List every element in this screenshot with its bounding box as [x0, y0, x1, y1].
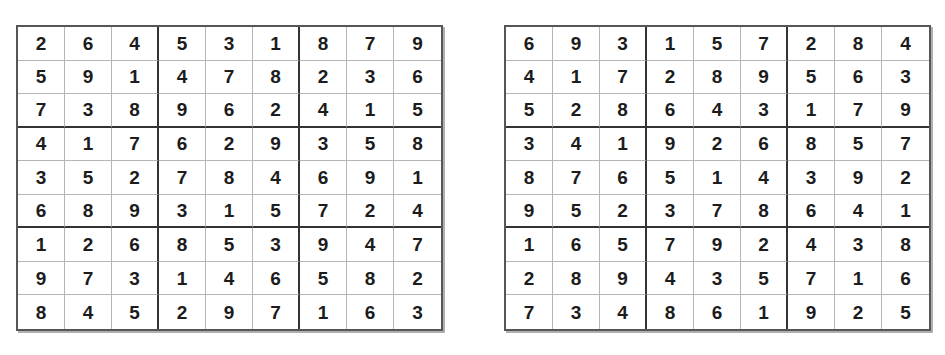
cell-left-r9c4[interactable]: 2: [159, 295, 206, 329]
cell-right-r3c7[interactable]: 1: [788, 94, 835, 128]
cell-left-r7c4[interactable]: 8: [159, 228, 206, 262]
cell-left-r4c3[interactable]: 7: [112, 128, 159, 162]
cell-right-r2c4[interactable]: 2: [647, 61, 694, 95]
cell-left-r1c6[interactable]: 1: [253, 27, 300, 61]
cell-left-r2c2[interactable]: 9: [65, 61, 112, 95]
cell-left-r4c5[interactable]: 2: [206, 128, 253, 162]
cell-right-r6c5[interactable]: 7: [694, 195, 741, 229]
cell-right-r6c7[interactable]: 6: [788, 195, 835, 229]
cell-right-r5c4[interactable]: 5: [647, 161, 694, 195]
cell-right-r2c1[interactable]: 4: [506, 61, 553, 95]
cell-right-r2c9[interactable]: 3: [882, 61, 929, 95]
cell-left-r5c6[interactable]: 4: [253, 161, 300, 195]
cell-right-r9c4[interactable]: 8: [647, 295, 694, 329]
cell-right-r7c7[interactable]: 4: [788, 228, 835, 262]
cell-left-r4c1[interactable]: 4: [18, 128, 65, 162]
cell-left-r1c5[interactable]: 3: [206, 27, 253, 61]
cell-left-r2c6[interactable]: 8: [253, 61, 300, 95]
cell-right-r1c8[interactable]: 8: [835, 27, 882, 61]
sudoku-board-left: 2645318795914782367389624154176293583527…: [16, 25, 443, 331]
cell-right-r7c8[interactable]: 3: [835, 228, 882, 262]
cell-right-r6c4[interactable]: 3: [647, 195, 694, 229]
cell-right-r9c8[interactable]: 2: [835, 295, 882, 329]
cell-left-r5c1[interactable]: 3: [18, 161, 65, 195]
cell-right-r8c9[interactable]: 6: [882, 262, 929, 296]
cell-right-r9c6[interactable]: 1: [741, 295, 788, 329]
cell-right-r8c8[interactable]: 1: [835, 262, 882, 296]
cell-right-r2c5[interactable]: 8: [694, 61, 741, 95]
cell-right-r5c7[interactable]: 3: [788, 161, 835, 195]
cell-right-r1c4[interactable]: 1: [647, 27, 694, 61]
cell-left-r3c6[interactable]: 2: [253, 94, 300, 128]
cell-left-r6c1[interactable]: 6: [18, 195, 65, 229]
cell-left-r2c3[interactable]: 1: [112, 61, 159, 95]
cell-left-r9c1[interactable]: 8: [18, 295, 65, 329]
cell-right-r6c9[interactable]: 1: [882, 195, 929, 229]
cell-left-r5c5[interactable]: 8: [206, 161, 253, 195]
cell-left-r8c4[interactable]: 1: [159, 262, 206, 296]
cell-left-r4c6[interactable]: 9: [253, 128, 300, 162]
cell-left-r3c8[interactable]: 1: [347, 94, 394, 128]
cell-right-r5c6[interactable]: 4: [741, 161, 788, 195]
cell-right-r1c6[interactable]: 7: [741, 27, 788, 61]
cell-right-r2c3[interactable]: 7: [600, 61, 647, 95]
cell-right-r9c5[interactable]: 6: [694, 295, 741, 329]
cell-right-r7c1[interactable]: 1: [506, 228, 553, 262]
cell-left-r5c3[interactable]: 2: [112, 161, 159, 195]
cell-right-r5c8[interactable]: 9: [835, 161, 882, 195]
cell-right-r3c1[interactable]: 5: [506, 94, 553, 128]
cell-right-r4c8[interactable]: 5: [835, 128, 882, 162]
cell-right-r8c3[interactable]: 9: [600, 262, 647, 296]
cell-right-r2c2[interactable]: 1: [553, 61, 600, 95]
cell-right-r4c2[interactable]: 4: [553, 128, 600, 162]
cell-right-r9c1[interactable]: 7: [506, 295, 553, 329]
cell-right-r9c3[interactable]: 4: [600, 295, 647, 329]
cell-right-r7c6[interactable]: 2: [741, 228, 788, 262]
cell-right-r4c6[interactable]: 6: [741, 128, 788, 162]
cell-right-r6c6[interactable]: 8: [741, 195, 788, 229]
cell-left-r6c5[interactable]: 1: [206, 195, 253, 229]
cell-right-r5c2[interactable]: 7: [553, 161, 600, 195]
cell-right-r8c7[interactable]: 7: [788, 262, 835, 296]
cell-right-r5c1[interactable]: 8: [506, 161, 553, 195]
cell-right-r6c1[interactable]: 9: [506, 195, 553, 229]
cell-left-r7c6[interactable]: 3: [253, 228, 300, 262]
cell-left-r2c8[interactable]: 3: [347, 61, 394, 95]
cell-left-r7c3[interactable]: 6: [112, 228, 159, 262]
cell-right-r1c2[interactable]: 9: [553, 27, 600, 61]
cell-right-r5c3[interactable]: 6: [600, 161, 647, 195]
cell-right-r8c1[interactable]: 2: [506, 262, 553, 296]
cell-right-r6c3[interactable]: 2: [600, 195, 647, 229]
cell-left-r1c4[interactable]: 5: [159, 27, 206, 61]
cell-left-r9c2[interactable]: 4: [65, 295, 112, 329]
cell-left-r8c8[interactable]: 8: [347, 262, 394, 296]
cell-right-r7c4[interactable]: 7: [647, 228, 694, 262]
cell-left-r4c7[interactable]: 3: [300, 128, 347, 162]
cell-right-r3c6[interactable]: 3: [741, 94, 788, 128]
cell-left-r9c5[interactable]: 9: [206, 295, 253, 329]
cell-right-r8c6[interactable]: 5: [741, 262, 788, 296]
cell-left-r5c7[interactable]: 6: [300, 161, 347, 195]
cell-left-r5c2[interactable]: 5: [65, 161, 112, 195]
cell-left-r7c2[interactable]: 2: [65, 228, 112, 262]
cell-left-r5c4[interactable]: 7: [159, 161, 206, 195]
cell-left-r9c3[interactable]: 5: [112, 295, 159, 329]
cell-left-r1c2[interactable]: 6: [65, 27, 112, 61]
cell-left-r3c3[interactable]: 8: [112, 94, 159, 128]
cell-left-r2c9[interactable]: 6: [394, 61, 441, 95]
cell-left-r7c5[interactable]: 5: [206, 228, 253, 262]
cell-right-r4c7[interactable]: 8: [788, 128, 835, 162]
cell-left-r1c8[interactable]: 7: [347, 27, 394, 61]
cell-left-r1c1[interactable]: 2: [18, 27, 65, 61]
cell-left-r6c4[interactable]: 3: [159, 195, 206, 229]
cell-left-r3c5[interactable]: 6: [206, 94, 253, 128]
cell-right-r8c4[interactable]: 4: [647, 262, 694, 296]
cell-left-r8c1[interactable]: 9: [18, 262, 65, 296]
cell-left-r8c3[interactable]: 3: [112, 262, 159, 296]
cell-right-r9c7[interactable]: 9: [788, 295, 835, 329]
cell-right-r9c9[interactable]: 5: [882, 295, 929, 329]
cell-left-r2c1[interactable]: 5: [18, 61, 65, 95]
cell-right-r1c3[interactable]: 3: [600, 27, 647, 61]
cell-left-r3c2[interactable]: 3: [65, 94, 112, 128]
cell-right-r3c2[interactable]: 2: [553, 94, 600, 128]
cell-left-r8c6[interactable]: 6: [253, 262, 300, 296]
sudoku-board-right: 6931572844172895635286431793419268578765…: [504, 25, 931, 331]
cell-right-r7c5[interactable]: 9: [694, 228, 741, 262]
cell-left-r9c7[interactable]: 1: [300, 295, 347, 329]
cell-left-r3c1[interactable]: 7: [18, 94, 65, 128]
cell-left-r4c8[interactable]: 5: [347, 128, 394, 162]
cell-left-r8c7[interactable]: 5: [300, 262, 347, 296]
cell-left-r4c9[interactable]: 8: [394, 128, 441, 162]
sudoku-boards: 2645318795914782367389624154176293583527…: [16, 25, 931, 331]
cell-left-r9c6[interactable]: 7: [253, 295, 300, 329]
cell-right-r3c3[interactable]: 8: [600, 94, 647, 128]
cell-left-r2c7[interactable]: 2: [300, 61, 347, 95]
cell-right-r4c9[interactable]: 7: [882, 128, 929, 162]
cell-right-r4c1[interactable]: 3: [506, 128, 553, 162]
cell-left-r1c3[interactable]: 4: [112, 27, 159, 61]
cell-right-r8c5[interactable]: 3: [694, 262, 741, 296]
cell-left-r6c2[interactable]: 8: [65, 195, 112, 229]
cell-left-r6c9[interactable]: 4: [394, 195, 441, 229]
cell-left-r7c1[interactable]: 1: [18, 228, 65, 262]
cell-left-r2c5[interactable]: 7: [206, 61, 253, 95]
cell-right-r1c1[interactable]: 6: [506, 27, 553, 61]
cell-left-r8c9[interactable]: 2: [394, 262, 441, 296]
cell-right-r6c8[interactable]: 4: [835, 195, 882, 229]
cell-right-r7c2[interactable]: 6: [553, 228, 600, 262]
cell-right-r3c4[interactable]: 6: [647, 94, 694, 128]
cell-right-r9c2[interactable]: 3: [553, 295, 600, 329]
cell-left-r7c9[interactable]: 7: [394, 228, 441, 262]
cell-left-r9c9[interactable]: 3: [394, 295, 441, 329]
cell-left-r6c8[interactable]: 2: [347, 195, 394, 229]
cell-right-r2c6[interactable]: 9: [741, 61, 788, 95]
cell-left-r6c3[interactable]: 9: [112, 195, 159, 229]
cell-left-r1c9[interactable]: 9: [394, 27, 441, 61]
cell-left-r3c9[interactable]: 5: [394, 94, 441, 128]
cell-left-r6c6[interactable]: 5: [253, 195, 300, 229]
cell-left-r1c7[interactable]: 8: [300, 27, 347, 61]
cell-left-r8c2[interactable]: 7: [65, 262, 112, 296]
cell-right-r5c9[interactable]: 2: [882, 161, 929, 195]
cell-right-r4c4[interactable]: 9: [647, 128, 694, 162]
cell-right-r1c5[interactable]: 5: [694, 27, 741, 61]
cell-right-r3c5[interactable]: 4: [694, 94, 741, 128]
cell-left-r8c5[interactable]: 4: [206, 262, 253, 296]
cell-left-r4c4[interactable]: 6: [159, 128, 206, 162]
cell-left-r4c2[interactable]: 1: [65, 128, 112, 162]
cell-right-r2c7[interactable]: 5: [788, 61, 835, 95]
cell-right-r7c9[interactable]: 8: [882, 228, 929, 262]
cell-left-r3c4[interactable]: 9: [159, 94, 206, 128]
cell-right-r4c5[interactable]: 2: [694, 128, 741, 162]
cell-right-r6c2[interactable]: 5: [553, 195, 600, 229]
cell-right-r1c7[interactable]: 2: [788, 27, 835, 61]
cell-right-r1c9[interactable]: 4: [882, 27, 929, 61]
cell-right-r7c3[interactable]: 5: [600, 228, 647, 262]
cell-left-r5c8[interactable]: 9: [347, 161, 394, 195]
cell-right-r4c3[interactable]: 1: [600, 128, 647, 162]
cell-left-r6c7[interactable]: 7: [300, 195, 347, 229]
cell-left-r3c7[interactable]: 4: [300, 94, 347, 128]
cell-left-r5c9[interactable]: 1: [394, 161, 441, 195]
cell-right-r2c8[interactable]: 6: [835, 61, 882, 95]
cell-left-r7c8[interactable]: 4: [347, 228, 394, 262]
cell-left-r9c8[interactable]: 6: [347, 295, 394, 329]
cell-right-r8c2[interactable]: 8: [553, 262, 600, 296]
cell-left-r2c4[interactable]: 4: [159, 61, 206, 95]
cell-right-r3c9[interactable]: 9: [882, 94, 929, 128]
cell-right-r5c5[interactable]: 1: [694, 161, 741, 195]
cell-left-r7c7[interactable]: 9: [300, 228, 347, 262]
cell-right-r3c8[interactable]: 7: [835, 94, 882, 128]
